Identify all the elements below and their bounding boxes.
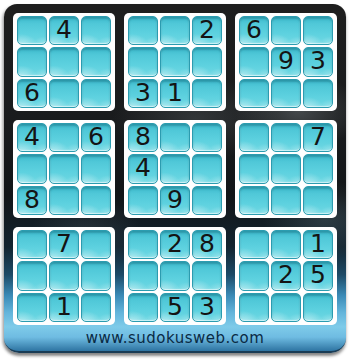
cell-r3c6[interactable] xyxy=(192,79,222,108)
page: 462316934688497712853125 www.sudokusweb.… xyxy=(0,0,350,360)
cell-r2c8: 9 xyxy=(271,47,301,76)
cell-r6c4[interactable] xyxy=(128,186,158,215)
cell-r4c5[interactable] xyxy=(160,123,190,152)
cell-r5c1[interactable] xyxy=(17,154,47,183)
cell-r1c7: 6 xyxy=(239,16,269,45)
cell-r5c5[interactable] xyxy=(160,154,190,183)
board-grid: 462316934688497712853125 xyxy=(13,13,337,325)
cell-r9c7[interactable] xyxy=(239,293,269,322)
cell-r6c5: 9 xyxy=(160,186,190,215)
cell-r2c2[interactable] xyxy=(49,47,79,76)
cell-r8c1[interactable] xyxy=(17,261,47,290)
cell-r5c7[interactable] xyxy=(239,154,269,183)
sudoku-board: 462316934688497712853125 www.sudokusweb.… xyxy=(4,4,346,353)
cell-r1c5[interactable] xyxy=(160,16,190,45)
cell-r4c6[interactable] xyxy=(192,123,222,152)
cell-r2c4[interactable] xyxy=(128,47,158,76)
cell-r7c9: 1 xyxy=(303,230,333,259)
box-6: 7 xyxy=(235,120,337,218)
cell-r4c7[interactable] xyxy=(239,123,269,152)
cell-r9c6: 3 xyxy=(192,293,222,322)
cell-r2c7[interactable] xyxy=(239,47,269,76)
cell-r5c8[interactable] xyxy=(271,154,301,183)
cell-r6c7[interactable] xyxy=(239,186,269,215)
cell-r4c4: 8 xyxy=(128,123,158,152)
cell-r7c1[interactable] xyxy=(17,230,47,259)
cell-r6c2[interactable] xyxy=(49,186,79,215)
cell-r5c9[interactable] xyxy=(303,154,333,183)
cell-r1c2: 4 xyxy=(49,16,79,45)
cell-r7c2: 7 xyxy=(49,230,79,259)
cell-r1c4[interactable] xyxy=(128,16,158,45)
cell-r3c8[interactable] xyxy=(271,79,301,108)
website-link[interactable]: www.sudokusweb.com xyxy=(86,329,265,347)
cell-r2c6[interactable] xyxy=(192,47,222,76)
cell-r6c8[interactable] xyxy=(271,186,301,215)
cell-r3c9[interactable] xyxy=(303,79,333,108)
cell-r7c8[interactable] xyxy=(271,230,301,259)
box-4: 468 xyxy=(13,120,115,218)
box-8: 2853 xyxy=(124,227,226,325)
cell-r4c1: 4 xyxy=(17,123,47,152)
cell-r1c3[interactable] xyxy=(81,16,111,45)
cell-r9c9[interactable] xyxy=(303,293,333,322)
box-2: 231 xyxy=(124,13,226,111)
footer-bar: www.sudokusweb.com xyxy=(13,325,337,351)
cell-r8c4[interactable] xyxy=(128,261,158,290)
cell-r3c7[interactable] xyxy=(239,79,269,108)
cell-r7c3[interactable] xyxy=(81,230,111,259)
cell-r8c8: 2 xyxy=(271,261,301,290)
cell-r1c8[interactable] xyxy=(271,16,301,45)
cell-r8c6[interactable] xyxy=(192,261,222,290)
cell-r9c5: 5 xyxy=(160,293,190,322)
cell-r9c8[interactable] xyxy=(271,293,301,322)
cell-r3c3[interactable] xyxy=(81,79,111,108)
cell-r3c1: 6 xyxy=(17,79,47,108)
cell-r8c7[interactable] xyxy=(239,261,269,290)
cell-r7c4[interactable] xyxy=(128,230,158,259)
cell-r6c3[interactable] xyxy=(81,186,111,215)
cell-r9c2: 1 xyxy=(49,293,79,322)
cell-r3c4: 3 xyxy=(128,79,158,108)
cell-r3c2[interactable] xyxy=(49,79,79,108)
cell-r4c2[interactable] xyxy=(49,123,79,152)
box-9: 125 xyxy=(235,227,337,325)
box-5: 849 xyxy=(124,120,226,218)
cell-r4c8[interactable] xyxy=(271,123,301,152)
cell-r8c9: 5 xyxy=(303,261,333,290)
cell-r6c1: 8 xyxy=(17,186,47,215)
box-7: 71 xyxy=(13,227,115,325)
cell-r8c2[interactable] xyxy=(49,261,79,290)
cell-r4c9: 7 xyxy=(303,123,333,152)
cell-r2c1[interactable] xyxy=(17,47,47,76)
cell-r9c4[interactable] xyxy=(128,293,158,322)
cell-r8c3[interactable] xyxy=(81,261,111,290)
cell-r5c2[interactable] xyxy=(49,154,79,183)
cell-r9c1[interactable] xyxy=(17,293,47,322)
cell-r7c7[interactable] xyxy=(239,230,269,259)
cell-r4c3: 6 xyxy=(81,123,111,152)
cell-r5c6[interactable] xyxy=(192,154,222,183)
cell-r2c5[interactable] xyxy=(160,47,190,76)
cell-r7c6: 8 xyxy=(192,230,222,259)
cell-r6c6[interactable] xyxy=(192,186,222,215)
cell-r1c9[interactable] xyxy=(303,16,333,45)
cell-r6c9[interactable] xyxy=(303,186,333,215)
cell-r2c3[interactable] xyxy=(81,47,111,76)
cell-r7c5: 2 xyxy=(160,230,190,259)
cell-r1c6: 2 xyxy=(192,16,222,45)
box-3: 693 xyxy=(235,13,337,111)
cell-r2c9: 3 xyxy=(303,47,333,76)
box-1: 46 xyxy=(13,13,115,111)
cell-r3c5: 1 xyxy=(160,79,190,108)
cell-r5c4: 4 xyxy=(128,154,158,183)
cell-r8c5[interactable] xyxy=(160,261,190,290)
cell-r5c3[interactable] xyxy=(81,154,111,183)
cell-r1c1[interactable] xyxy=(17,16,47,45)
cell-r9c3[interactable] xyxy=(81,293,111,322)
